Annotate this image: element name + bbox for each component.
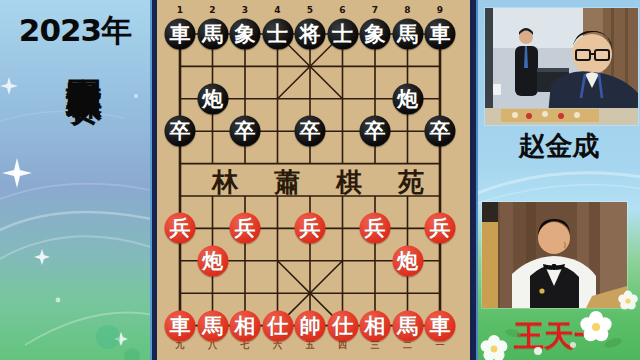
photo-zhao-jincheng — [485, 8, 638, 125]
piece-black-c5r1[interactable]: 将 — [295, 19, 326, 50]
piece-red-c9r10[interactable]: 車 — [425, 310, 456, 341]
piece-black-c5r4[interactable]: 卒 — [295, 116, 326, 147]
piece-red-c4r10[interactable]: 仕 — [262, 310, 293, 341]
piece-red-c1r10[interactable]: 車 — [165, 310, 196, 341]
event-year-text: 2023年 — [0, 10, 150, 52]
piece-black-c2r3[interactable]: 炮 — [197, 83, 228, 114]
file-number-top: 3 — [242, 5, 248, 15]
piece-black-c9r1[interactable]: 車 — [425, 19, 456, 50]
piece-red-c2r10[interactable]: 馬 — [197, 310, 228, 341]
piece-red-c7r7[interactable]: 兵 — [360, 213, 391, 244]
piece-red-c1r7[interactable]: 兵 — [165, 213, 196, 244]
piece-red-c7r10[interactable]: 相 — [360, 310, 391, 341]
file-number-top: 9 — [437, 5, 443, 15]
piece-black-c1r4[interactable]: 卒 — [165, 116, 196, 147]
river-text: 林蕭棋苑 — [212, 165, 424, 200]
piece-black-c3r4[interactable]: 卒 — [230, 116, 261, 147]
river-char: 棋 — [336, 165, 362, 200]
piece-red-c5r7[interactable]: 兵 — [295, 213, 326, 244]
piece-black-c6r1[interactable]: 士 — [327, 19, 358, 50]
flower-decorations — [478, 285, 640, 360]
piece-red-c3r10[interactable]: 相 — [230, 310, 261, 341]
piece-black-c8r1[interactable]: 馬 — [392, 19, 423, 50]
piece-red-c3r7[interactable]: 兵 — [230, 213, 261, 244]
piece-black-c7r1[interactable]: 象 — [360, 19, 391, 50]
piece-black-c3r1[interactable]: 象 — [230, 19, 261, 50]
river-char: 苑 — [398, 165, 424, 200]
file-number-top: 8 — [404, 5, 410, 15]
piece-red-c8r8[interactable]: 炮 — [392, 245, 423, 276]
file-number-top: 5 — [307, 5, 313, 15]
event-title-vertical: 全国象棋甲级联赛 — [66, 50, 102, 360]
file-number-top: 7 — [372, 5, 378, 15]
board-panel: 123456789 九八七六五四三二一 林蕭棋苑 車馬象士将士象馬車炮炮卒卒卒卒… — [150, 0, 478, 360]
river-char: 林 — [212, 165, 238, 200]
video-frame: 2023年 全国象棋甲级联赛 — [0, 0, 640, 360]
piece-red-c5r10[interactable]: 帥 — [295, 310, 326, 341]
piece-black-c8r3[interactable]: 炮 — [392, 83, 423, 114]
piece-black-c7r4[interactable]: 卒 — [360, 116, 391, 147]
players-panel: 赵金成 王天一 — [478, 0, 640, 360]
piece-red-c8r10[interactable]: 馬 — [392, 310, 423, 341]
piece-red-c9r7[interactable]: 兵 — [425, 213, 456, 244]
river-char: 蕭 — [274, 165, 300, 200]
xiangqi-board: 123456789 九八七六五四三二一 林蕭棋苑 車馬象士将士象馬車炮炮卒卒卒卒… — [157, 0, 470, 360]
piece-red-c2r8[interactable]: 炮 — [197, 245, 228, 276]
file-number-top: 1 — [177, 5, 183, 15]
file-number-top: 2 — [209, 5, 215, 15]
piece-black-c1r1[interactable]: 車 — [165, 19, 196, 50]
event-title-panel: 2023年 全国象棋甲级联赛 — [0, 0, 150, 360]
piece-red-c6r10[interactable]: 仕 — [327, 310, 358, 341]
piece-black-c2r1[interactable]: 馬 — [197, 19, 228, 50]
file-number-top: 4 — [274, 5, 280, 15]
player-name-black: 赵金成 — [478, 128, 640, 164]
piece-black-c9r4[interactable]: 卒 — [425, 116, 456, 147]
file-number-top: 6 — [339, 5, 345, 15]
piece-black-c4r1[interactable]: 士 — [262, 19, 293, 50]
